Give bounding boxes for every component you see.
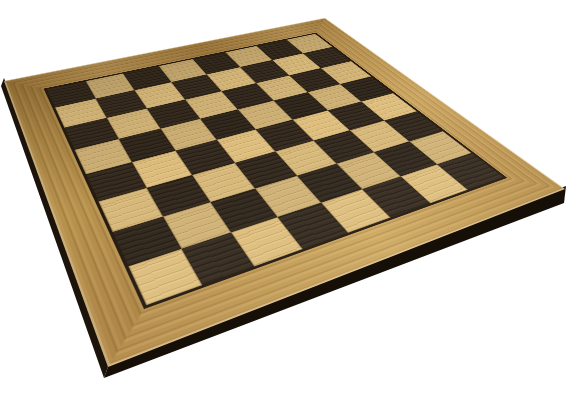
photo-background (0, 0, 570, 400)
